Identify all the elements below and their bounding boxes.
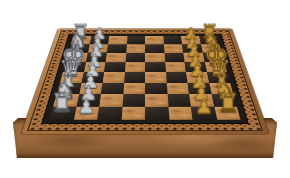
board-decorative-border: ♜♟♟♜♞♟♟♞♝♟♟♝♚♟♟♚♛♟♟♛♝♟♟♝♞♟♟♞♜♟♟♜: [27, 30, 263, 131]
square-h4[interactable]: [126, 36, 145, 44]
square-d5[interactable]: [145, 72, 166, 83]
square-h6[interactable]: [163, 36, 182, 44]
square-a2[interactable]: ♟: [73, 106, 99, 119]
square-c6[interactable]: [166, 83, 189, 94]
piece-white-pawn[interactable]: ♟: [77, 95, 96, 116]
square-f5[interactable]: [145, 53, 165, 62]
board-leather-rim: ♜♟♟♜♞♟♟♞♝♟♟♝♚♟♟♚♛♟♟♛♝♟♟♝♞♟♟♞♜♟♟♜: [21, 29, 269, 134]
chess-set-photo: ♜♟♟♜♞♟♟♞♝♟♟♝♚♟♟♚♛♟♟♛♝♟♟♝♞♟♟♞♜♟♟♜: [0, 0, 290, 178]
square-b4[interactable]: [122, 94, 145, 106]
square-e3[interactable]: [104, 62, 125, 72]
square-f4[interactable]: [125, 53, 145, 62]
board-inner-mat: ♜♟♟♜♞♟♟♞♝♟♟♝♚♟♟♚♛♟♟♛♝♟♟♝♞♟♟♞♜♟♟♜: [41, 34, 249, 124]
square-c4[interactable]: [123, 83, 145, 94]
square-a7[interactable]: ♟: [191, 106, 217, 119]
square-a4[interactable]: [121, 106, 145, 119]
square-b6[interactable]: [167, 94, 191, 106]
square-g3[interactable]: [107, 44, 127, 53]
square-h5[interactable]: [145, 36, 164, 44]
square-g6[interactable]: [164, 44, 184, 53]
square-b3[interactable]: [99, 94, 123, 106]
chess-board: ♜♟♟♜♞♟♟♞♝♟♟♝♚♟♟♚♛♟♟♛♝♟♟♝♞♟♟♞♜♟♟♜: [21, 29, 269, 134]
square-f3[interactable]: [105, 53, 125, 62]
square-d3[interactable]: [102, 72, 124, 83]
board-squares: ♜♟♟♜♞♟♟♞♝♟♟♝♚♟♟♚♛♟♟♛♝♟♟♝♞♟♟♞♜♟♟♜: [49, 36, 240, 120]
square-e6[interactable]: [165, 62, 186, 72]
square-e5[interactable]: [145, 62, 166, 72]
square-d4[interactable]: [124, 72, 145, 83]
square-d6[interactable]: [166, 72, 188, 83]
square-e4[interactable]: [125, 62, 146, 72]
square-b5[interactable]: [145, 94, 168, 106]
square-a6[interactable]: [168, 106, 193, 119]
square-f6[interactable]: [164, 53, 184, 62]
square-h3[interactable]: [108, 36, 127, 44]
square-g4[interactable]: [126, 44, 145, 53]
square-a8[interactable]: ♜: [214, 106, 241, 119]
square-c3[interactable]: [101, 83, 124, 94]
square-a3[interactable]: [97, 106, 122, 119]
square-g5[interactable]: [145, 44, 164, 53]
piece-black-pawn[interactable]: ♟: [195, 95, 214, 116]
square-a1[interactable]: ♜: [49, 106, 76, 119]
square-c5[interactable]: [145, 83, 167, 94]
piece-black-rook[interactable]: ♜: [216, 91, 239, 116]
square-a5[interactable]: [145, 106, 169, 119]
piece-white-rook[interactable]: ♜: [51, 91, 74, 116]
